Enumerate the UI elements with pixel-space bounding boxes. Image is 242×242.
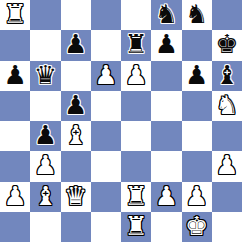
- square-e6[interactable]: ♟: [121, 61, 151, 91]
- white-rook[interactable]: ♜: [124, 213, 147, 239]
- black-king[interactable]: ♚: [215, 31, 238, 57]
- square-g6[interactable]: ♟: [182, 61, 212, 91]
- square-f1[interactable]: [151, 212, 181, 242]
- square-d7[interactable]: [91, 30, 121, 60]
- black-pawn[interactable]: ♟: [3, 62, 26, 88]
- black-bishop[interactable]: ♝: [215, 62, 238, 88]
- square-a5[interactable]: [0, 91, 30, 121]
- square-g7[interactable]: [182, 30, 212, 60]
- square-e1[interactable]: ♜: [121, 212, 151, 242]
- square-h2[interactable]: [212, 182, 242, 212]
- square-c6[interactable]: [61, 61, 91, 91]
- black-pawn[interactable]: ♟: [155, 31, 178, 57]
- white-bishop[interactable]: ♝: [34, 183, 57, 209]
- square-d8[interactable]: [91, 0, 121, 30]
- square-h1[interactable]: [212, 212, 242, 242]
- square-b5[interactable]: [30, 91, 60, 121]
- square-f5[interactable]: [151, 91, 181, 121]
- square-f6[interactable]: [151, 61, 181, 91]
- square-g3[interactable]: [182, 151, 212, 181]
- white-bishop[interactable]: ♝: [64, 122, 87, 148]
- square-g1[interactable]: ♚: [182, 212, 212, 242]
- white-rook[interactable]: ♜: [3, 1, 26, 27]
- white-knight[interactable]: ♞: [215, 92, 238, 118]
- square-c8[interactable]: [61, 0, 91, 30]
- square-c2[interactable]: ♛: [61, 182, 91, 212]
- square-a1[interactable]: [0, 212, 30, 242]
- black-pawn[interactable]: ♟: [64, 31, 87, 57]
- square-c7[interactable]: ♟: [61, 30, 91, 60]
- square-b6[interactable]: ♛: [30, 61, 60, 91]
- white-pawn[interactable]: ♟: [3, 183, 26, 209]
- square-g4[interactable]: [182, 121, 212, 151]
- square-d4[interactable]: [91, 121, 121, 151]
- black-queen[interactable]: ♛: [34, 62, 57, 88]
- square-d2[interactable]: [91, 182, 121, 212]
- square-d3[interactable]: [91, 151, 121, 181]
- square-a2[interactable]: ♟: [0, 182, 30, 212]
- white-king[interactable]: ♚: [185, 213, 208, 239]
- white-pawn[interactable]: ♟: [155, 183, 178, 209]
- square-c3[interactable]: [61, 151, 91, 181]
- chess-board-container: ♜♞♞♟♜♟♚♟♛♟♟♟♝♟♞♟♝♟♟♟♝♛♜♟♟♜♚: [0, 0, 242, 242]
- square-g8[interactable]: ♞: [182, 0, 212, 30]
- square-a6[interactable]: ♟: [0, 61, 30, 91]
- square-e8[interactable]: [121, 0, 151, 30]
- black-pawn[interactable]: ♟: [34, 122, 57, 148]
- square-d5[interactable]: [91, 91, 121, 121]
- black-rook[interactable]: ♜: [124, 31, 147, 57]
- square-h7[interactable]: ♚: [212, 30, 242, 60]
- square-e7[interactable]: ♜: [121, 30, 151, 60]
- white-pawn[interactable]: ♟: [215, 152, 238, 178]
- white-pawn[interactable]: ♟: [94, 62, 117, 88]
- white-pawn[interactable]: ♟: [124, 62, 147, 88]
- black-pawn[interactable]: ♟: [185, 62, 208, 88]
- white-rook[interactable]: ♜: [124, 183, 147, 209]
- square-d6[interactable]: ♟: [91, 61, 121, 91]
- square-b3[interactable]: ♟: [30, 151, 60, 181]
- black-knight[interactable]: ♞: [155, 1, 178, 27]
- square-h8[interactable]: [212, 0, 242, 30]
- square-e4[interactable]: [121, 121, 151, 151]
- square-f3[interactable]: [151, 151, 181, 181]
- square-b4[interactable]: ♟: [30, 121, 60, 151]
- square-b2[interactable]: ♝: [30, 182, 60, 212]
- square-h6[interactable]: ♝: [212, 61, 242, 91]
- square-b1[interactable]: [30, 212, 60, 242]
- black-pawn[interactable]: ♟: [64, 92, 87, 118]
- black-knight[interactable]: ♞: [185, 1, 208, 27]
- white-pawn[interactable]: ♟: [185, 183, 208, 209]
- square-h4[interactable]: [212, 121, 242, 151]
- square-f8[interactable]: ♞: [151, 0, 181, 30]
- square-e3[interactable]: [121, 151, 151, 181]
- chess-board: ♜♞♞♟♜♟♚♟♛♟♟♟♝♟♞♟♝♟♟♟♝♛♜♟♟♜♚: [0, 0, 242, 242]
- square-c1[interactable]: [61, 212, 91, 242]
- square-b7[interactable]: [30, 30, 60, 60]
- square-e5[interactable]: [121, 91, 151, 121]
- square-d1[interactable]: [91, 212, 121, 242]
- square-c5[interactable]: ♟: [61, 91, 91, 121]
- square-g2[interactable]: ♟: [182, 182, 212, 212]
- square-f7[interactable]: ♟: [151, 30, 181, 60]
- square-a7[interactable]: [0, 30, 30, 60]
- square-b8[interactable]: [30, 0, 60, 30]
- square-e2[interactable]: ♜: [121, 182, 151, 212]
- square-h3[interactable]: ♟: [212, 151, 242, 181]
- square-a4[interactable]: [0, 121, 30, 151]
- white-pawn[interactable]: ♟: [34, 152, 57, 178]
- square-f4[interactable]: [151, 121, 181, 151]
- square-a3[interactable]: [0, 151, 30, 181]
- square-a8[interactable]: ♜: [0, 0, 30, 30]
- square-f2[interactable]: ♟: [151, 182, 181, 212]
- white-queen[interactable]: ♛: [64, 183, 87, 209]
- square-c4[interactable]: ♝: [61, 121, 91, 151]
- square-g5[interactable]: [182, 91, 212, 121]
- square-h5[interactable]: ♞: [212, 91, 242, 121]
